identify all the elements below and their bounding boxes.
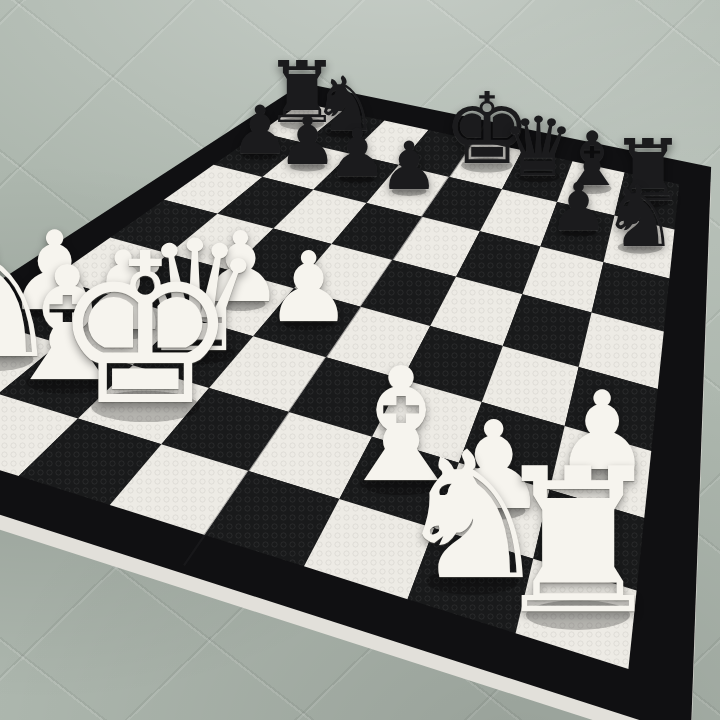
chess-board bbox=[0, 0, 720, 720]
photo-scene: ♜♞♚♛♝♜♟♟♟♟♟♞♟♟♟♟♛♟♞♝♚♝♟♞♜ Chess bbox=[0, 0, 720, 720]
